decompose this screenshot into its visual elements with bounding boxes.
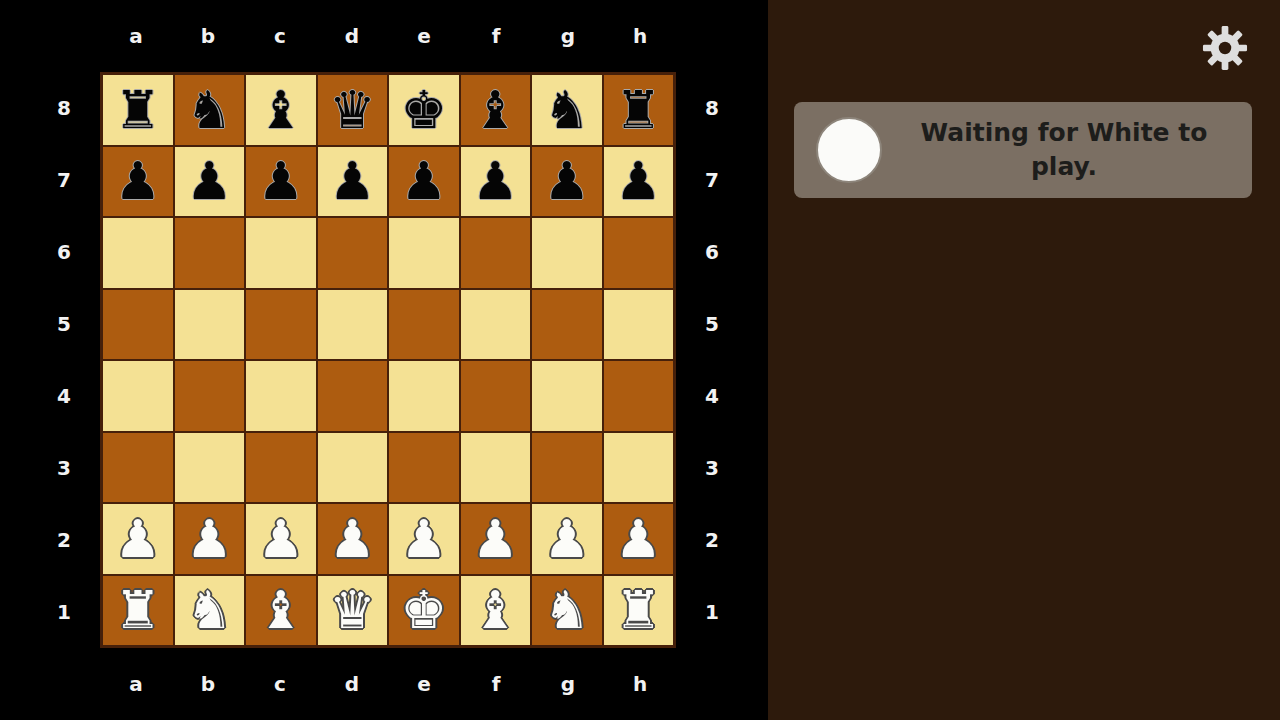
file-label-a: a xyxy=(100,648,172,720)
square-f2[interactable]: ♟ xyxy=(461,504,531,574)
square-f1[interactable]: ♝ xyxy=(461,576,531,646)
rank-labels-right: 87654321 xyxy=(676,72,748,648)
square-c4[interactable] xyxy=(246,361,316,431)
square-g5[interactable] xyxy=(532,290,602,360)
rank-label-1: 1 xyxy=(676,576,748,648)
status-box: Waiting for White to play. xyxy=(794,102,1252,198)
piece-black-queen: ♛ xyxy=(329,84,376,136)
square-b5[interactable] xyxy=(175,290,245,360)
piece-white-knight: ♞ xyxy=(543,584,590,636)
rank-labels-left: 87654321 xyxy=(28,72,100,648)
piece-white-pawn: ♟ xyxy=(186,513,233,565)
piece-black-pawn: ♟ xyxy=(615,155,662,207)
square-c3[interactable] xyxy=(246,433,316,503)
square-c5[interactable] xyxy=(246,290,316,360)
piece-white-pawn: ♟ xyxy=(114,513,161,565)
piece-white-queen: ♛ xyxy=(329,584,376,636)
square-d2[interactable]: ♟ xyxy=(318,504,388,574)
side-panel: Waiting for White to play. xyxy=(768,0,1280,720)
rank-label-5: 5 xyxy=(676,288,748,360)
rank-label-3: 3 xyxy=(28,432,100,504)
file-label-c: c xyxy=(244,0,316,72)
piece-black-pawn: ♟ xyxy=(114,155,161,207)
rank-label-3: 3 xyxy=(676,432,748,504)
square-h2[interactable]: ♟ xyxy=(604,504,674,574)
square-e8[interactable]: ♚ xyxy=(389,75,459,145)
square-a8[interactable]: ♜ xyxy=(103,75,173,145)
square-f8[interactable]: ♝ xyxy=(461,75,531,145)
rank-label-7: 7 xyxy=(676,144,748,216)
square-b2[interactable]: ♟ xyxy=(175,504,245,574)
turn-indicator-white-circle xyxy=(816,117,882,183)
rank-label-1: 1 xyxy=(28,576,100,648)
piece-white-pawn: ♟ xyxy=(257,513,304,565)
square-g8[interactable]: ♞ xyxy=(532,75,602,145)
file-label-d: d xyxy=(316,0,388,72)
file-label-g: g xyxy=(532,648,604,720)
square-a7[interactable]: ♟ xyxy=(103,147,173,217)
square-f7[interactable]: ♟ xyxy=(461,147,531,217)
square-g3[interactable] xyxy=(532,433,602,503)
square-a4[interactable] xyxy=(103,361,173,431)
square-b3[interactable] xyxy=(175,433,245,503)
file-label-f: f xyxy=(460,0,532,72)
square-a2[interactable]: ♟ xyxy=(103,504,173,574)
square-f3[interactable] xyxy=(461,433,531,503)
square-e7[interactable]: ♟ xyxy=(389,147,459,217)
piece-white-rook: ♜ xyxy=(114,584,161,636)
piece-white-pawn: ♟ xyxy=(329,513,376,565)
file-label-f: f xyxy=(460,648,532,720)
square-c6[interactable] xyxy=(246,218,316,288)
square-g4[interactable] xyxy=(532,361,602,431)
square-b4[interactable] xyxy=(175,361,245,431)
piece-white-pawn: ♟ xyxy=(615,513,662,565)
file-label-d: d xyxy=(316,648,388,720)
square-g7[interactable]: ♟ xyxy=(532,147,602,217)
chess-board: ♜♞♝♛♚♝♞♜♟♟♟♟♟♟♟♟♟♟♟♟♟♟♟♟♜♞♝♛♚♝♞♜ xyxy=(100,72,676,648)
square-g1[interactable]: ♞ xyxy=(532,576,602,646)
square-e1[interactable]: ♚ xyxy=(389,576,459,646)
square-e2[interactable]: ♟ xyxy=(389,504,459,574)
rank-label-5: 5 xyxy=(28,288,100,360)
piece-white-pawn: ♟ xyxy=(543,513,590,565)
square-h5[interactable] xyxy=(604,290,674,360)
square-g2[interactable]: ♟ xyxy=(532,504,602,574)
file-label-b: b xyxy=(172,0,244,72)
rank-label-4: 4 xyxy=(676,360,748,432)
rank-label-6: 6 xyxy=(676,216,748,288)
rank-label-6: 6 xyxy=(28,216,100,288)
piece-white-pawn: ♟ xyxy=(472,513,519,565)
square-b1[interactable]: ♞ xyxy=(175,576,245,646)
rank-label-4: 4 xyxy=(28,360,100,432)
square-c1[interactable]: ♝ xyxy=(246,576,316,646)
square-f6[interactable] xyxy=(461,218,531,288)
square-d1[interactable]: ♛ xyxy=(318,576,388,646)
square-a5[interactable] xyxy=(103,290,173,360)
piece-white-pawn: ♟ xyxy=(400,513,447,565)
piece-black-king: ♚ xyxy=(400,84,447,136)
rank-label-2: 2 xyxy=(28,504,100,576)
square-a6[interactable] xyxy=(103,218,173,288)
file-label-e: e xyxy=(388,0,460,72)
square-f4[interactable] xyxy=(461,361,531,431)
square-b6[interactable] xyxy=(175,218,245,288)
square-f5[interactable] xyxy=(461,290,531,360)
rank-label-7: 7 xyxy=(28,144,100,216)
file-label-h: h xyxy=(604,0,676,72)
file-label-g: g xyxy=(532,0,604,72)
square-e5[interactable] xyxy=(389,290,459,360)
piece-white-bishop: ♝ xyxy=(257,584,304,636)
square-c7[interactable]: ♟ xyxy=(246,147,316,217)
rank-label-8: 8 xyxy=(676,72,748,144)
square-g6[interactable] xyxy=(532,218,602,288)
square-h8[interactable]: ♜ xyxy=(604,75,674,145)
square-h6[interactable] xyxy=(604,218,674,288)
square-d8[interactable]: ♛ xyxy=(318,75,388,145)
piece-white-knight: ♞ xyxy=(186,584,233,636)
rank-label-2: 2 xyxy=(676,504,748,576)
rank-label-8: 8 xyxy=(28,72,100,144)
square-c2[interactable]: ♟ xyxy=(246,504,316,574)
square-h4[interactable] xyxy=(604,361,674,431)
file-label-h: h xyxy=(604,648,676,720)
status-message: Waiting for White to play. xyxy=(882,116,1252,184)
board-pane: abcdefgh 87654321 ♜♞♝♛♚♝♞♜♟♟♟♟♟♟♟♟♟♟♟♟♟♟… xyxy=(0,0,768,720)
file-labels-top: abcdefgh xyxy=(100,0,676,72)
gear-icon xyxy=(1202,25,1248,71)
piece-black-pawn: ♟ xyxy=(543,155,590,207)
square-c8[interactable]: ♝ xyxy=(246,75,316,145)
piece-black-bishop: ♝ xyxy=(257,84,304,136)
file-label-c: c xyxy=(244,648,316,720)
piece-black-pawn: ♟ xyxy=(186,155,233,207)
piece-white-bishop: ♝ xyxy=(472,584,519,636)
square-a3[interactable] xyxy=(103,433,173,503)
piece-black-pawn: ♟ xyxy=(329,155,376,207)
square-e6[interactable] xyxy=(389,218,459,288)
file-label-b: b xyxy=(172,648,244,720)
square-b7[interactable]: ♟ xyxy=(175,147,245,217)
square-d7[interactable]: ♟ xyxy=(318,147,388,217)
square-h7[interactable]: ♟ xyxy=(604,147,674,217)
square-e4[interactable] xyxy=(389,361,459,431)
piece-black-pawn: ♟ xyxy=(400,155,447,207)
square-d3[interactable] xyxy=(318,433,388,503)
chess-app: abcdefgh 87654321 ♜♞♝♛♚♝♞♜♟♟♟♟♟♟♟♟♟♟♟♟♟♟… xyxy=(0,0,1280,720)
piece-black-pawn: ♟ xyxy=(257,155,304,207)
piece-black-rook: ♜ xyxy=(615,84,662,136)
square-a1[interactable]: ♜ xyxy=(103,576,173,646)
piece-black-bishop: ♝ xyxy=(472,84,519,136)
piece-white-rook: ♜ xyxy=(615,584,662,636)
square-d4[interactable] xyxy=(318,361,388,431)
piece-black-rook: ♜ xyxy=(114,84,161,136)
piece-black-pawn: ♟ xyxy=(472,155,519,207)
square-d6[interactable] xyxy=(318,218,388,288)
settings-button[interactable] xyxy=(1202,25,1248,71)
file-label-a: a xyxy=(100,0,172,72)
square-e3[interactable] xyxy=(389,433,459,503)
piece-white-king: ♚ xyxy=(400,584,447,636)
file-label-e: e xyxy=(388,648,460,720)
square-h3[interactable] xyxy=(604,433,674,503)
file-labels-bottom: abcdefgh xyxy=(100,648,676,720)
piece-black-knight: ♞ xyxy=(186,84,233,136)
square-h1[interactable]: ♜ xyxy=(604,576,674,646)
square-d5[interactable] xyxy=(318,290,388,360)
square-b8[interactable]: ♞ xyxy=(175,75,245,145)
piece-black-knight: ♞ xyxy=(543,84,590,136)
